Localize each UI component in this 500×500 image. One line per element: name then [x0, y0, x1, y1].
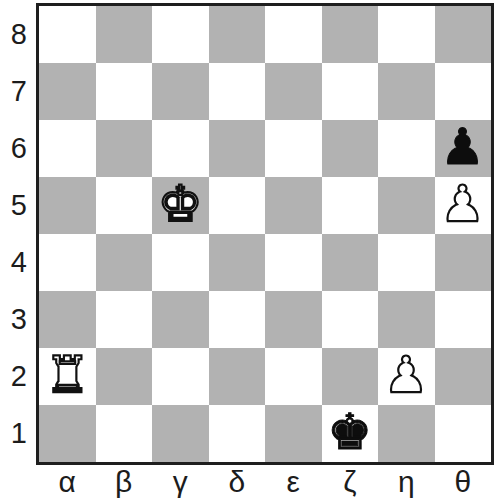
square-d8[interactable] — [209, 6, 266, 63]
square-d2[interactable] — [209, 348, 266, 405]
rank-label-3: 3 — [0, 291, 31, 348]
square-c2[interactable] — [152, 348, 209, 405]
square-d5[interactable] — [209, 177, 266, 234]
file-label-e: ε — [265, 466, 322, 498]
square-h5[interactable]: ♟ — [435, 177, 492, 234]
square-a8[interactable] — [39, 6, 96, 63]
white-pawn[interactable]: ♟ — [440, 177, 485, 232]
rank-label-8: 8 — [0, 6, 31, 63]
file-label-f: ζ — [322, 466, 379, 498]
file-label-h: θ — [435, 466, 492, 498]
file-labels: αβγδεζηθ — [39, 466, 491, 498]
square-f1[interactable]: ♚ — [322, 405, 379, 462]
square-f6[interactable] — [322, 120, 379, 177]
square-a3[interactable] — [39, 291, 96, 348]
square-d3[interactable] — [209, 291, 266, 348]
square-d6[interactable] — [209, 120, 266, 177]
chess-diagram-page: 87654321 ♟♚♟♜♟♚ αβγδεζηθ — [0, 0, 500, 500]
square-a1[interactable] — [39, 405, 96, 462]
rank-labels: 87654321 — [0, 6, 31, 462]
square-e8[interactable] — [265, 6, 322, 63]
square-a5[interactable] — [39, 177, 96, 234]
square-e7[interactable] — [265, 63, 322, 120]
square-d1[interactable] — [209, 405, 266, 462]
square-h7[interactable] — [435, 63, 492, 120]
square-h1[interactable] — [435, 405, 492, 462]
square-d7[interactable] — [209, 63, 266, 120]
file-label-b: β — [96, 466, 153, 498]
square-b3[interactable] — [96, 291, 153, 348]
square-b1[interactable] — [96, 405, 153, 462]
file-label-c: γ — [152, 466, 209, 498]
square-e4[interactable] — [265, 234, 322, 291]
square-h8[interactable] — [435, 6, 492, 63]
file-label-a: α — [39, 466, 96, 498]
rank-label-5: 5 — [0, 177, 31, 234]
square-c5[interactable]: ♚ — [152, 177, 209, 234]
white-king[interactable]: ♚ — [158, 177, 203, 232]
rank-label-2: 2 — [0, 348, 31, 405]
square-f5[interactable] — [322, 177, 379, 234]
square-a2[interactable]: ♜ — [39, 348, 96, 405]
square-e6[interactable] — [265, 120, 322, 177]
white-rook[interactable]: ♜ — [45, 348, 90, 403]
square-g2[interactable]: ♟ — [378, 348, 435, 405]
square-f2[interactable] — [322, 348, 379, 405]
square-a7[interactable] — [39, 63, 96, 120]
black-king[interactable]: ♚ — [327, 405, 372, 460]
square-b4[interactable] — [96, 234, 153, 291]
square-b2[interactable] — [96, 348, 153, 405]
chess-board: ♟♚♟♜♟♚ — [36, 3, 494, 465]
square-g1[interactable] — [378, 405, 435, 462]
square-h3[interactable] — [435, 291, 492, 348]
square-c1[interactable] — [152, 405, 209, 462]
square-d4[interactable] — [209, 234, 266, 291]
square-a4[interactable] — [39, 234, 96, 291]
square-g4[interactable] — [378, 234, 435, 291]
square-b8[interactable] — [96, 6, 153, 63]
square-c7[interactable] — [152, 63, 209, 120]
square-g8[interactable] — [378, 6, 435, 63]
square-f4[interactable] — [322, 234, 379, 291]
rank-label-6: 6 — [0, 120, 31, 177]
square-g7[interactable] — [378, 63, 435, 120]
square-g6[interactable] — [378, 120, 435, 177]
square-c8[interactable] — [152, 6, 209, 63]
file-label-d: δ — [209, 466, 266, 498]
square-h6[interactable]: ♟ — [435, 120, 492, 177]
white-pawn[interactable]: ♟ — [384, 348, 429, 403]
rank-label-4: 4 — [0, 234, 31, 291]
square-a6[interactable] — [39, 120, 96, 177]
square-b6[interactable] — [96, 120, 153, 177]
square-e1[interactable] — [265, 405, 322, 462]
square-b7[interactable] — [96, 63, 153, 120]
square-e5[interactable] — [265, 177, 322, 234]
black-pawn[interactable]: ♟ — [440, 120, 485, 175]
square-c6[interactable] — [152, 120, 209, 177]
square-b5[interactable] — [96, 177, 153, 234]
square-f7[interactable] — [322, 63, 379, 120]
file-label-g: η — [378, 466, 435, 498]
square-c3[interactable] — [152, 291, 209, 348]
square-g3[interactable] — [378, 291, 435, 348]
square-h2[interactable] — [435, 348, 492, 405]
rank-label-7: 7 — [0, 63, 31, 120]
rank-label-1: 1 — [0, 405, 31, 462]
square-h4[interactable] — [435, 234, 492, 291]
square-g5[interactable] — [378, 177, 435, 234]
square-e2[interactable] — [265, 348, 322, 405]
square-c4[interactable] — [152, 234, 209, 291]
square-f8[interactable] — [322, 6, 379, 63]
square-f3[interactable] — [322, 291, 379, 348]
square-e3[interactable] — [265, 291, 322, 348]
